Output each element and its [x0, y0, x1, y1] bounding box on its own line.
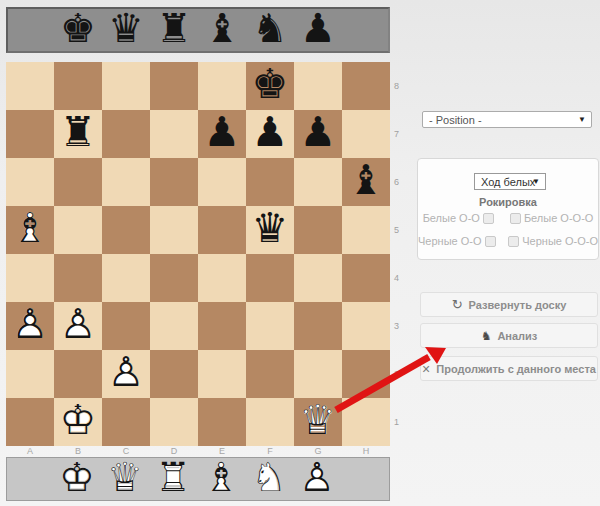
square-d3[interactable]	[150, 302, 198, 350]
file-label-d: D	[150, 446, 198, 457]
flip-board-button[interactable]: ↻ Развернуть доску	[420, 292, 598, 317]
white-knight: ♞♘	[245, 458, 293, 500]
flip-board-label: Развернуть доску	[469, 299, 567, 311]
file-label-h: H	[342, 446, 390, 457]
square-e5[interactable]	[198, 206, 246, 254]
square-b1[interactable]: ♚♔	[54, 398, 102, 446]
square-g1[interactable]: ♛♕	[294, 398, 342, 446]
white-bishop: ♝♗	[197, 458, 245, 500]
white-piece-tray-pieces: ♚♔♛♕♜♖♝♗♞♘♟♙	[53, 458, 341, 500]
square-f1[interactable]	[246, 398, 294, 446]
rank-label-2: 2	[394, 350, 406, 398]
square-c2[interactable]: ♟♙	[102, 350, 150, 398]
white-king: ♚♔	[54, 398, 102, 446]
castle-white-ooo-checkbox[interactable]	[510, 213, 521, 224]
chevron-down-icon: ▼	[578, 115, 586, 124]
turn-select[interactable]: Ход белых ▼	[474, 173, 546, 190]
square-f8[interactable]: ♚	[246, 62, 294, 110]
square-e8[interactable]	[198, 62, 246, 110]
square-h2[interactable]	[342, 350, 390, 398]
analysis-button[interactable]: ♞ Анализ	[420, 323, 598, 348]
square-d2[interactable]	[150, 350, 198, 398]
square-b6[interactable]	[54, 158, 102, 206]
black-pawn: ♟	[294, 9, 342, 51]
square-h5[interactable]	[342, 206, 390, 254]
square-e6[interactable]	[198, 158, 246, 206]
square-e7[interactable]: ♟	[198, 110, 246, 158]
square-c4[interactable]	[102, 254, 150, 302]
tray-white-king[interactable]: ♚♔	[53, 458, 101, 500]
square-g3[interactable]	[294, 302, 342, 350]
square-h3[interactable]	[342, 302, 390, 350]
square-a3[interactable]: ♟♙	[6, 302, 54, 350]
rank-label-1: 1	[394, 398, 406, 446]
rank-label-5: 5	[394, 206, 406, 254]
file-label-f: F	[246, 446, 294, 457]
square-c3[interactable]	[102, 302, 150, 350]
castle-black-oo-label: Черные O-O	[418, 235, 482, 247]
square-f7[interactable]: ♟	[246, 110, 294, 158]
tray-black-pawn[interactable]: ♟	[294, 9, 342, 51]
position-select-value: - Position -	[429, 114, 482, 126]
square-f6[interactable]	[246, 158, 294, 206]
square-c5[interactable]	[102, 206, 150, 254]
black-piece-tray: ♚♛♜♝♞♟	[6, 7, 390, 53]
square-f4[interactable]	[246, 254, 294, 302]
file-label-c: C	[102, 446, 150, 457]
black-pawn: ♟	[294, 110, 342, 158]
square-a8[interactable]	[6, 62, 54, 110]
castle-white-oo-label: Белые O-O	[423, 212, 480, 224]
castle-white-oo-checkbox[interactable]	[483, 213, 494, 224]
castle-black-ooo-checkbox[interactable]	[508, 236, 519, 247]
square-d5[interactable]	[150, 206, 198, 254]
black-king: ♚	[246, 62, 294, 110]
square-c1[interactable]	[102, 398, 150, 446]
turn-select-value: Ход белых	[481, 176, 535, 188]
continue-from-position-button[interactable]: × Продолжить с данного места	[420, 356, 598, 381]
square-b5[interactable]	[54, 206, 102, 254]
castle-black-oo-checkbox[interactable]	[485, 236, 496, 247]
square-b8[interactable]	[54, 62, 102, 110]
square-a7[interactable]	[6, 110, 54, 158]
square-d6[interactable]	[150, 158, 198, 206]
square-b4[interactable]	[54, 254, 102, 302]
rank-label-3: 3	[394, 302, 406, 350]
close-icon: ×	[422, 362, 430, 376]
continue-label: Продолжить с данного места	[436, 363, 596, 375]
square-h8[interactable]	[342, 62, 390, 110]
file-label-b: B	[54, 446, 102, 457]
rank-label-6: 6	[394, 158, 406, 206]
tray-black-rook[interactable]: ♜	[150, 9, 198, 51]
square-a2[interactable]	[6, 350, 54, 398]
square-d7[interactable]	[150, 110, 198, 158]
black-rook: ♜	[150, 9, 198, 51]
white-king: ♚♔	[53, 458, 101, 500]
square-b2[interactable]	[54, 350, 102, 398]
black-rook: ♜	[54, 110, 102, 158]
square-h7[interactable]	[342, 110, 390, 158]
square-g5[interactable]	[294, 206, 342, 254]
square-d4[interactable]	[150, 254, 198, 302]
square-g2[interactable]	[294, 350, 342, 398]
black-piece-tray-pieces: ♚♛♜♝♞♟	[54, 9, 342, 51]
black-king: ♚	[54, 9, 102, 51]
black-bishop: ♝	[342, 158, 390, 206]
tray-white-bishop[interactable]: ♝♗	[197, 458, 245, 500]
square-g6[interactable]	[294, 158, 342, 206]
square-d1[interactable]	[150, 398, 198, 446]
white-pawn: ♟♙	[102, 350, 150, 398]
black-pawn: ♟	[198, 110, 246, 158]
tray-black-bishop[interactable]: ♝	[198, 9, 246, 51]
square-e3[interactable]	[198, 302, 246, 350]
tray-white-rook[interactable]: ♜♖	[149, 458, 197, 500]
square-e4[interactable]	[198, 254, 246, 302]
square-a6[interactable]	[6, 158, 54, 206]
file-label-a: A	[6, 446, 54, 457]
square-g7[interactable]: ♟	[294, 110, 342, 158]
castling-title: Рокировка	[418, 196, 598, 208]
square-h6[interactable]: ♝	[342, 158, 390, 206]
flip-board-icon: ↻	[452, 298, 463, 311]
white-rook: ♜♖	[149, 458, 197, 500]
white-pawn: ♟♙	[293, 458, 341, 500]
square-a4[interactable]	[6, 254, 54, 302]
square-g8[interactable]	[294, 62, 342, 110]
castle-white-ooo-label: Белые O-O-O	[524, 212, 593, 224]
square-e1[interactable]	[198, 398, 246, 446]
white-bishop: ♝♗	[6, 206, 54, 254]
square-f3[interactable]	[246, 302, 294, 350]
rank-label-8: 8	[394, 62, 406, 110]
square-g4[interactable]	[294, 254, 342, 302]
black-knight: ♞	[246, 9, 294, 51]
square-b3[interactable]: ♟♙	[54, 302, 102, 350]
square-h4[interactable]	[342, 254, 390, 302]
rank-label-4: 4	[394, 254, 406, 302]
square-d8[interactable]	[150, 62, 198, 110]
castling-row-black: Черные O-O Черные O-O-O	[418, 235, 598, 247]
black-pawn: ♟	[246, 110, 294, 158]
square-h1[interactable]	[342, 398, 390, 446]
tray-black-queen[interactable]: ♛	[102, 9, 150, 51]
white-pawn: ♟♙	[6, 302, 54, 350]
square-c8[interactable]	[102, 62, 150, 110]
analysis-icon: ♞	[481, 330, 492, 342]
square-b7[interactable]: ♜	[54, 110, 102, 158]
black-bishop: ♝	[198, 9, 246, 51]
white-queen: ♛♕	[294, 398, 342, 446]
black-queen: ♛	[246, 206, 294, 254]
chess-position-editor: ♚♛♜♝♞♟ ♚♜♟♟♟♝♝♗♛♟♙♟♙♟♙♚♔♛♕ 87654321 ABCD…	[0, 0, 600, 506]
white-piece-tray: ♚♔♛♕♜♖♝♗♞♘♟♙	[6, 457, 390, 501]
analysis-label: Анализ	[497, 330, 537, 342]
file-label-g: G	[294, 446, 342, 457]
white-queen: ♛♕	[101, 458, 149, 500]
tray-black-king[interactable]: ♚	[54, 9, 102, 51]
tray-white-queen[interactable]: ♛♕	[101, 458, 149, 500]
square-e2[interactable]	[198, 350, 246, 398]
square-c7[interactable]	[102, 110, 150, 158]
file-label-e: E	[198, 446, 246, 457]
white-pawn: ♟♙	[54, 302, 102, 350]
rank-label-7: 7	[394, 110, 406, 158]
square-f5[interactable]: ♛	[246, 206, 294, 254]
tray-white-knight[interactable]: ♞♘	[245, 458, 293, 500]
position-select[interactable]: - Position - ▼	[422, 111, 592, 128]
tray-black-knight[interactable]: ♞	[246, 9, 294, 51]
castle-black-ooo-label: Черные O-O-O	[522, 235, 598, 247]
chess-board: ♚♜♟♟♟♝♝♗♛♟♙♟♙♟♙♚♔♛♕	[6, 62, 390, 446]
square-c6[interactable]	[102, 158, 150, 206]
castling-panel: Ход белых ▼ Рокировка Белые O-O Белые O-…	[417, 158, 599, 260]
black-queen: ♛	[102, 9, 150, 51]
tray-white-pawn[interactable]: ♟♙	[293, 458, 341, 500]
square-a1[interactable]	[6, 398, 54, 446]
chevron-down-icon: ▼	[532, 177, 540, 186]
square-f2[interactable]	[246, 350, 294, 398]
castling-row-white: Белые O-O Белые O-O-O	[418, 212, 598, 224]
square-a5[interactable]: ♝♗	[6, 206, 54, 254]
